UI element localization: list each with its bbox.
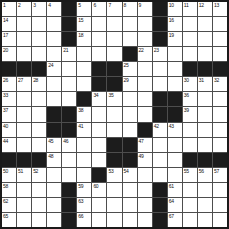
- cell-r8c6[interactable]: 38: [77, 107, 91, 121]
- clue-number: 33: [3, 92, 8, 98]
- cell-r7c7[interactable]: 34: [92, 92, 106, 106]
- cell-r8c10[interactable]: [138, 107, 152, 121]
- cell-r12c12[interactable]: [168, 168, 182, 182]
- clue-number: 14: [3, 17, 8, 23]
- clue-number: 39: [184, 107, 189, 113]
- clue-number: 59: [78, 183, 83, 189]
- clue-number: 50: [3, 168, 8, 174]
- black-cell-r11c15: [213, 153, 227, 167]
- cell-r9c12[interactable]: 43: [168, 123, 182, 137]
- cell-r1c2[interactable]: 2: [17, 2, 31, 16]
- cell-r1c7[interactable]: 6: [92, 2, 106, 16]
- black-cell-r15c5: [62, 213, 76, 227]
- cell-r9c6[interactable]: 41: [77, 123, 91, 137]
- clue-number: 44: [3, 138, 8, 144]
- black-cell-r6c7: [92, 77, 106, 91]
- cell-r2c10[interactable]: [138, 17, 152, 31]
- cell-r7c15[interactable]: [213, 92, 227, 106]
- cell-r2c13[interactable]: [183, 17, 197, 31]
- black-cell-r13c11: [153, 183, 167, 197]
- cell-r4c7[interactable]: [92, 47, 106, 61]
- clue-number: 45: [48, 138, 53, 144]
- cell-r11c7[interactable]: [92, 153, 106, 167]
- cell-r15c6[interactable]: 66: [77, 213, 91, 227]
- cell-r10c10[interactable]: 47: [138, 138, 152, 152]
- cell-r15c1[interactable]: 65: [2, 213, 16, 227]
- cell-r6c13[interactable]: 30: [183, 77, 197, 91]
- clue-number: 54: [124, 168, 129, 174]
- clue-number: 35: [108, 92, 113, 98]
- cell-r6c14[interactable]: 31: [198, 77, 212, 91]
- clue-number: 16: [169, 17, 174, 23]
- cell-r3c15[interactable]: [213, 32, 227, 46]
- cell-r4c12[interactable]: [168, 47, 182, 61]
- cell-r10c14[interactable]: [198, 138, 212, 152]
- clue-number: 17: [3, 32, 8, 38]
- cell-r9c2[interactable]: [17, 123, 31, 137]
- cell-r13c1[interactable]: 58: [2, 183, 16, 197]
- cell-r6c1[interactable]: 26: [2, 77, 16, 91]
- clue-number: 18: [78, 32, 83, 38]
- cell-r3c10[interactable]: [138, 32, 152, 46]
- cell-r1c3[interactable]: 3: [32, 2, 46, 16]
- black-cell-r12c7: [92, 168, 106, 182]
- clue-number: 26: [3, 77, 8, 83]
- cell-r14c9[interactable]: [123, 198, 137, 212]
- cell-r4c4[interactable]: [47, 47, 61, 61]
- clue-number: 5: [78, 2, 80, 8]
- black-cell-r2c5: [62, 17, 76, 31]
- black-cell-r7c12: [168, 92, 182, 106]
- clue-number: 8: [124, 2, 126, 8]
- clue-number: 43: [169, 123, 174, 129]
- cell-r1c10[interactable]: 9: [138, 2, 152, 16]
- cell-r6c11[interactable]: [153, 77, 167, 91]
- cell-r6c3[interactable]: 28: [32, 77, 46, 91]
- cell-r3c4[interactable]: [47, 32, 61, 46]
- cell-r13c9[interactable]: [123, 183, 137, 197]
- clue-number: 48: [48, 153, 53, 159]
- cell-r6c2[interactable]: 27: [17, 77, 31, 91]
- cell-r4c13[interactable]: [183, 47, 197, 61]
- clue-number: 15: [78, 17, 83, 23]
- clue-number: 46: [63, 138, 68, 144]
- cell-r4c11[interactable]: 23: [153, 47, 167, 61]
- clue-number: 21: [63, 47, 68, 53]
- clue-number: 27: [18, 77, 23, 83]
- cell-r1c8[interactable]: 7: [107, 2, 121, 16]
- clue-number: 61: [169, 183, 174, 189]
- cell-r10c5[interactable]: 46: [62, 138, 76, 152]
- cell-r4c14[interactable]: [198, 47, 212, 61]
- clue-number: 1: [3, 2, 5, 8]
- black-cell-r5c13: [183, 62, 197, 76]
- black-cell-r5c8: [107, 62, 121, 76]
- cell-r8c13[interactable]: 39: [183, 107, 197, 121]
- clue-number: 42: [154, 123, 159, 129]
- cell-r15c10[interactable]: [138, 213, 152, 227]
- cell-r14c1[interactable]: 62: [2, 198, 16, 212]
- black-cell-r10c8: [107, 138, 121, 152]
- cell-r9c9[interactable]: [123, 123, 137, 137]
- clue-number: 4: [48, 2, 50, 8]
- clue-number: 38: [78, 107, 83, 113]
- clue-number: 49: [139, 153, 144, 159]
- cell-r7c2[interactable]: [17, 92, 31, 106]
- clue-number: 23: [154, 47, 159, 53]
- cell-r10c13[interactable]: [183, 138, 197, 152]
- cell-r4c8[interactable]: [107, 47, 121, 61]
- cell-r5c5[interactable]: [62, 62, 76, 76]
- cell-r5c4[interactable]: 24: [47, 62, 61, 76]
- black-cell-r8c5: [62, 107, 76, 121]
- clue-number: 30: [184, 77, 189, 83]
- cell-r2c9[interactable]: [123, 17, 137, 31]
- cell-r13c15[interactable]: [213, 183, 227, 197]
- black-cell-r5c15: [213, 62, 227, 76]
- cell-r10c3[interactable]: [32, 138, 46, 152]
- clue-number: 9: [139, 2, 141, 8]
- black-cell-r9c10: [138, 123, 152, 137]
- cell-r8c8[interactable]: [107, 107, 121, 121]
- cell-r15c4[interactable]: [47, 213, 61, 227]
- cell-r9c11[interactable]: 42: [153, 123, 167, 137]
- cell-r5c12[interactable]: [168, 62, 182, 76]
- clue-number: 47: [139, 138, 144, 144]
- cell-r13c2[interactable]: [17, 183, 31, 197]
- black-cell-r8c4: [47, 107, 61, 121]
- cell-r1c1[interactable]: 1: [2, 2, 16, 16]
- cell-r13c12[interactable]: 61: [168, 183, 182, 197]
- black-cell-r11c14: [198, 153, 212, 167]
- clue-number: 41: [78, 123, 83, 129]
- clue-number: 65: [3, 213, 8, 219]
- clue-number: 51: [18, 168, 23, 174]
- clue-number: 63: [78, 198, 83, 204]
- clue-number: 28: [33, 77, 38, 83]
- cell-r9c15[interactable]: [213, 123, 227, 137]
- cell-r3c14[interactable]: [198, 32, 212, 46]
- black-cell-r8c11: [153, 107, 167, 121]
- clue-number: 3: [33, 2, 35, 8]
- black-cell-r11c9: [123, 153, 137, 167]
- clue-number: 12: [199, 2, 204, 8]
- cell-r8c15[interactable]: [213, 107, 227, 121]
- cell-r13c7[interactable]: 60: [92, 183, 106, 197]
- cell-r10c11[interactable]: [153, 138, 167, 152]
- cell-r8c7[interactable]: [92, 107, 106, 121]
- black-cell-r13c5: [62, 183, 76, 197]
- cell-r14c15[interactable]: [213, 198, 227, 212]
- cell-r11c11[interactable]: [153, 153, 167, 167]
- cell-r7c14[interactable]: [198, 92, 212, 106]
- clue-number: 53: [108, 168, 113, 174]
- cell-r2c7[interactable]: [92, 17, 106, 31]
- cell-r2c15[interactable]: [213, 17, 227, 31]
- cell-r12c3[interactable]: 52: [32, 168, 46, 182]
- cell-r8c2[interactable]: [17, 107, 31, 121]
- cell-r7c1[interactable]: 33: [2, 92, 16, 106]
- cell-r6c15[interactable]: 32: [213, 77, 227, 91]
- cell-r15c15[interactable]: [213, 213, 227, 227]
- clue-number: 55: [184, 168, 189, 174]
- cell-r5c11[interactable]: [153, 62, 167, 76]
- cell-r10c15[interactable]: [213, 138, 227, 152]
- cell-r14c6[interactable]: 63: [77, 198, 91, 212]
- cell-r3c1[interactable]: 17: [2, 32, 16, 46]
- cell-r14c2[interactable]: [17, 198, 31, 212]
- cell-r12c13[interactable]: 55: [183, 168, 197, 182]
- cell-r14c8[interactable]: [107, 198, 121, 212]
- cell-r7c13[interactable]: 36: [183, 92, 197, 106]
- black-cell-r2c11: [153, 17, 167, 31]
- cell-r2c4[interactable]: [47, 17, 61, 31]
- cell-r4c5[interactable]: 21: [62, 47, 76, 61]
- cell-r15c13[interactable]: [183, 213, 197, 227]
- cell-r7c9[interactable]: [123, 92, 137, 106]
- clue-number: 11: [184, 2, 189, 8]
- cell-r3c3[interactable]: [32, 32, 46, 46]
- clue-number: 66: [78, 213, 83, 219]
- black-cell-r10c9: [123, 138, 137, 152]
- black-cell-r14c5: [62, 198, 76, 212]
- cell-r2c3[interactable]: [32, 17, 46, 31]
- cell-r4c1[interactable]: 20: [2, 47, 16, 61]
- cell-r2c6[interactable]: 15: [77, 17, 91, 31]
- black-cell-r9c4: [47, 123, 61, 137]
- cell-r15c3[interactable]: [32, 213, 46, 227]
- cell-r9c7[interactable]: [92, 123, 106, 137]
- cell-r6c4[interactable]: [47, 77, 61, 91]
- clue-number: 34: [93, 92, 98, 98]
- cell-r5c6[interactable]: [77, 62, 91, 76]
- cell-r1c4[interactable]: 4: [47, 2, 61, 16]
- black-cell-r5c14: [198, 62, 212, 76]
- black-cell-r5c3: [32, 62, 46, 76]
- cell-r13c3[interactable]: [32, 183, 46, 197]
- cell-r15c12[interactable]: 67: [168, 213, 182, 227]
- clue-number: 19: [169, 32, 174, 38]
- cell-r8c14[interactable]: [198, 107, 212, 121]
- cell-r14c14[interactable]: [198, 198, 212, 212]
- clue-number: 40: [3, 123, 8, 129]
- cell-r10c7[interactable]: [92, 138, 106, 152]
- cell-r15c8[interactable]: [107, 213, 121, 227]
- cell-r10c1[interactable]: 44: [2, 138, 16, 152]
- cell-r3c9[interactable]: [123, 32, 137, 46]
- cell-r6c12[interactable]: [168, 77, 182, 91]
- cell-r2c8[interactable]: [107, 17, 121, 31]
- cell-r12c1[interactable]: 50: [2, 168, 16, 182]
- clue-number: 24: [48, 62, 53, 68]
- black-cell-r3c11: [153, 32, 167, 46]
- clue-number: 10: [169, 2, 174, 8]
- cell-r13c14[interactable]: [198, 183, 212, 197]
- cell-r12c9[interactable]: 54: [123, 168, 137, 182]
- clue-number: 32: [214, 77, 219, 83]
- cell-r12c2[interactable]: 51: [17, 168, 31, 182]
- cell-r4c15[interactable]: [213, 47, 227, 61]
- cell-r2c1[interactable]: 14: [2, 17, 16, 31]
- cell-r12c10[interactable]: [138, 168, 152, 182]
- cell-r4c3[interactable]: [32, 47, 46, 61]
- cell-r9c1[interactable]: 40: [2, 123, 16, 137]
- cell-r14c10[interactable]: [138, 198, 152, 212]
- black-cell-r1c5: [62, 2, 76, 16]
- black-cell-r15c11: [153, 213, 167, 227]
- clue-number: 64: [169, 198, 174, 204]
- cell-r2c2[interactable]: [17, 17, 31, 31]
- black-cell-r5c1: [2, 62, 16, 76]
- black-cell-r5c7: [92, 62, 106, 76]
- cell-r13c6[interactable]: 59: [77, 183, 91, 197]
- cell-r12c5[interactable]: [62, 168, 76, 182]
- cell-r3c13[interactable]: [183, 32, 197, 46]
- cell-r9c3[interactable]: [32, 123, 46, 137]
- clue-number: 37: [3, 107, 8, 113]
- black-cell-r11c3: [32, 153, 46, 167]
- cell-r8c9[interactable]: [123, 107, 137, 121]
- cell-r3c8[interactable]: [107, 32, 121, 46]
- cell-r6c9[interactable]: 29: [123, 77, 137, 91]
- cell-r13c13[interactable]: [183, 183, 197, 197]
- cell-r4c2[interactable]: [17, 47, 31, 61]
- cell-r12c15[interactable]: 57: [213, 168, 227, 182]
- cell-r10c4[interactable]: 45: [47, 138, 61, 152]
- clue-number: 13: [214, 2, 219, 8]
- cell-r12c4[interactable]: [47, 168, 61, 182]
- cell-r15c9[interactable]: [123, 213, 137, 227]
- cell-r6c5[interactable]: [62, 77, 76, 91]
- black-cell-r6c8: [107, 77, 121, 91]
- cell-r3c6[interactable]: 18: [77, 32, 91, 46]
- cell-r4c6[interactable]: [77, 47, 91, 61]
- clue-number: 31: [199, 77, 204, 83]
- cell-r5c9[interactable]: 25: [123, 62, 137, 76]
- black-cell-r11c1: [2, 153, 16, 167]
- cell-r7c8[interactable]: 35: [107, 92, 121, 106]
- cell-r6c6[interactable]: [77, 77, 91, 91]
- clue-number: 20: [3, 47, 8, 53]
- cell-r9c14[interactable]: [198, 123, 212, 137]
- cell-r11c4[interactable]: 48: [47, 153, 61, 167]
- cell-r8c1[interactable]: 37: [2, 107, 16, 121]
- clue-number: 25: [124, 62, 129, 68]
- clue-number: 62: [3, 198, 8, 204]
- black-cell-r7c6: [77, 92, 91, 106]
- cell-r3c2[interactable]: [17, 32, 31, 46]
- cell-r13c4[interactable]: [47, 183, 61, 197]
- black-cell-r1c11: [153, 2, 167, 16]
- cell-r7c5[interactable]: [62, 92, 76, 106]
- clue-number: 52: [33, 168, 38, 174]
- cell-r9c8[interactable]: [107, 123, 121, 137]
- black-cell-r11c2: [17, 153, 31, 167]
- cell-r11c6[interactable]: [77, 153, 91, 167]
- black-cell-r8c12: [168, 107, 182, 121]
- cell-r10c6[interactable]: [77, 138, 91, 152]
- cell-r7c3[interactable]: [32, 92, 46, 106]
- cell-r12c11[interactable]: [153, 168, 167, 182]
- cell-r7c10[interactable]: [138, 92, 152, 106]
- cell-r1c15[interactable]: 13: [213, 2, 227, 16]
- cell-r14c13[interactable]: [183, 198, 197, 212]
- clue-number: 7: [108, 2, 110, 8]
- cell-r10c2[interactable]: [17, 138, 31, 152]
- cell-r12c8[interactable]: 53: [107, 168, 121, 182]
- black-cell-r5c2: [17, 62, 31, 76]
- cell-r2c14[interactable]: [198, 17, 212, 31]
- cell-r1c12[interactable]: 10: [168, 2, 182, 16]
- black-cell-r3c5: [62, 32, 76, 46]
- black-cell-r11c8: [107, 153, 121, 167]
- cell-r11c10[interactable]: 49: [138, 153, 152, 167]
- cell-r14c12[interactable]: 64: [168, 198, 182, 212]
- cell-r1c13[interactable]: 11: [183, 2, 197, 16]
- black-cell-r9c5: [62, 123, 76, 137]
- clue-number: 56: [199, 168, 204, 174]
- cell-r15c2[interactable]: [17, 213, 31, 227]
- crossword-board: 1234567891011121314151617181920212223242…: [0, 0, 229, 229]
- clue-number: 2: [18, 2, 20, 8]
- cell-r12c6[interactable]: [77, 168, 91, 182]
- cell-r3c12[interactable]: 19: [168, 32, 182, 46]
- clue-number: 58: [3, 183, 8, 189]
- cell-r1c9[interactable]: 8: [123, 2, 137, 16]
- cell-r14c7[interactable]: [92, 198, 106, 212]
- cell-r15c7[interactable]: [92, 213, 106, 227]
- cell-r14c3[interactable]: [32, 198, 46, 212]
- clue-number: 6: [93, 2, 95, 8]
- cell-r2c12[interactable]: 16: [168, 17, 182, 31]
- cell-r13c10[interactable]: [138, 183, 152, 197]
- cell-r3c7[interactable]: [92, 32, 106, 46]
- cell-r1c6[interactable]: 5: [77, 2, 91, 16]
- cell-r10c12[interactable]: [168, 138, 182, 152]
- cell-r6c10[interactable]: [138, 77, 152, 91]
- clue-number: 57: [214, 168, 219, 174]
- black-cell-r11c13: [183, 153, 197, 167]
- cell-r13c8[interactable]: [107, 183, 121, 197]
- cell-r15c14[interactable]: [198, 213, 212, 227]
- cell-r5c10[interactable]: [138, 62, 152, 76]
- black-cell-r14c11: [153, 198, 167, 212]
- cell-r4c10[interactable]: 22: [138, 47, 152, 61]
- clue-number: 29: [124, 77, 129, 83]
- clue-number: 60: [93, 183, 98, 189]
- clue-number: 36: [184, 92, 189, 98]
- cell-r1c14[interactable]: 12: [198, 2, 212, 16]
- cell-r12c14[interactable]: 56: [198, 168, 212, 182]
- cell-r11c5[interactable]: [62, 153, 76, 167]
- cell-r14c4[interactable]: [47, 198, 61, 212]
- cell-r8c3[interactable]: [32, 107, 46, 121]
- cell-r7c4[interactable]: [47, 92, 61, 106]
- black-cell-r7c11: [153, 92, 167, 106]
- black-cell-r4c9: [123, 47, 137, 61]
- clue-number: 67: [169, 213, 174, 219]
- cell-r9c13[interactable]: [183, 123, 197, 137]
- clue-number: 22: [139, 47, 144, 53]
- cell-r11c12[interactable]: [168, 153, 182, 167]
